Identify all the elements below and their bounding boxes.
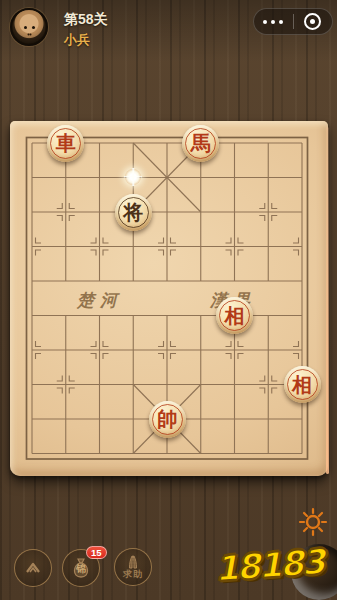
piece-glyph: 馬	[191, 133, 211, 153]
level-title: 第58关	[64, 11, 108, 29]
18183-watermark: 18183	[213, 506, 337, 592]
ellipsis-icon	[263, 20, 283, 24]
last-move-sparkle	[125, 169, 141, 185]
piece-glyph: 将	[123, 202, 143, 222]
ball-graphic	[291, 544, 337, 600]
red-elephant-1-piece[interactable]: 相	[216, 297, 253, 334]
more-button[interactable]	[254, 9, 293, 34]
red-horse-piece[interactable]: 馬	[182, 125, 219, 162]
hint-bag-label: 锦	[76, 562, 86, 576]
xiangqi-app-screen: 第58关 小兵 楚河 漢界 車馬将相相帥 锦	[0, 0, 337, 600]
wechat-capsule	[253, 8, 333, 35]
watermark-text: 18183	[214, 544, 324, 585]
exit-button[interactable]	[294, 9, 333, 34]
red-elephant-2-piece[interactable]: 相	[284, 366, 321, 403]
hint-count-badge: 15	[86, 546, 107, 559]
black-general-piece[interactable]: 将	[115, 194, 152, 231]
piece-glyph: 相	[225, 306, 245, 326]
menu-button[interactable]	[14, 549, 52, 587]
red-general-piece[interactable]: 帥	[149, 401, 186, 438]
chevron-up-icon	[22, 557, 44, 579]
piece-glyph: 帥	[157, 409, 177, 429]
player-rank: 小兵	[64, 31, 90, 49]
sun-icon	[291, 506, 331, 540]
player-avatar[interactable]	[10, 8, 48, 46]
piece-glyph: 相	[292, 375, 312, 395]
red-chariot-piece[interactable]: 車	[47, 125, 84, 162]
ask-help-label: 求助	[123, 570, 143, 579]
circle-dot-icon	[304, 13, 321, 30]
river-label-left: 楚河	[77, 289, 123, 312]
piece-glyph: 車	[56, 133, 76, 153]
ask-help-button[interactable]: 求助	[114, 548, 152, 586]
